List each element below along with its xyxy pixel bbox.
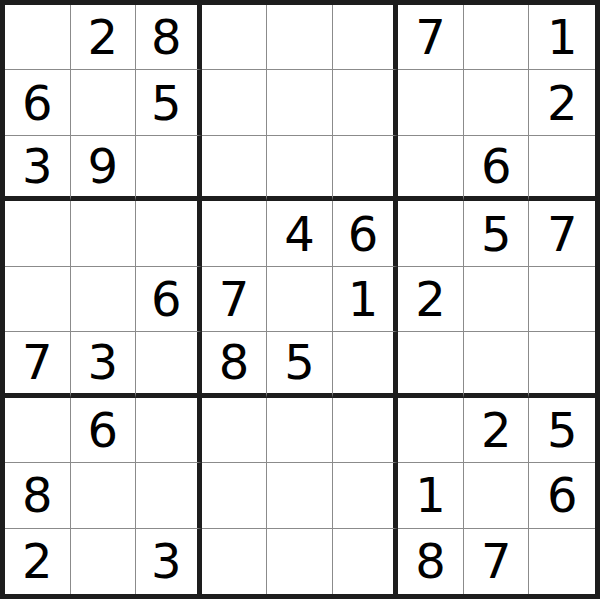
cell-r4c2[interactable] (71, 201, 137, 266)
given-digit: 6 (88, 406, 119, 454)
given-digit: 2 (88, 13, 119, 61)
given-digit: 6 (22, 79, 53, 127)
given-digit: 1 (415, 471, 446, 519)
cell-r7c2[interactable]: 6 (71, 398, 137, 463)
given-digit: 7 (481, 537, 512, 585)
cell-r7c7[interactable] (398, 398, 464, 463)
cell-r2c1[interactable]: 6 (5, 70, 71, 135)
given-digit: 7 (547, 210, 578, 258)
given-digit: 1 (348, 275, 379, 323)
cell-r5c6[interactable]: 1 (333, 267, 399, 332)
cell-r3c1[interactable]: 3 (5, 136, 71, 201)
cell-r7c3[interactable] (136, 398, 202, 463)
given-digit: 5 (481, 210, 512, 258)
cell-r4c8[interactable]: 5 (464, 201, 530, 266)
cell-r8c7[interactable]: 1 (398, 463, 464, 528)
given-digit: 3 (22, 142, 53, 190)
cell-r4c9[interactable]: 7 (529, 201, 595, 266)
cell-r6c4[interactable]: 8 (202, 332, 268, 397)
cell-r6c3[interactable] (136, 332, 202, 397)
cell-r4c4[interactable] (202, 201, 268, 266)
cell-r2c5[interactable] (267, 70, 333, 135)
cell-r9c2[interactable] (71, 529, 137, 594)
cell-r7c6[interactable] (333, 398, 399, 463)
given-digit: 3 (151, 537, 182, 585)
given-digit: 4 (284, 210, 315, 258)
given-digit: 6 (151, 275, 182, 323)
cell-r1c3[interactable]: 8 (136, 5, 202, 70)
cell-r2c4[interactable] (202, 70, 268, 135)
given-digit: 7 (415, 13, 446, 61)
cell-r5c4[interactable]: 7 (202, 267, 268, 332)
given-digit: 2 (481, 406, 512, 454)
given-digit: 7 (219, 275, 250, 323)
cell-r1c2[interactable]: 2 (71, 5, 137, 70)
cell-r1c6[interactable] (333, 5, 399, 70)
given-digit: 2 (415, 275, 446, 323)
cell-r9c9[interactable] (529, 529, 595, 594)
cell-r4c3[interactable] (136, 201, 202, 266)
cell-r3c2[interactable]: 9 (71, 136, 137, 201)
cell-r1c5[interactable] (267, 5, 333, 70)
cell-r9c4[interactable] (202, 529, 268, 594)
cell-r3c7[interactable] (398, 136, 464, 201)
cell-r8c1[interactable]: 8 (5, 463, 71, 528)
cell-r4c1[interactable] (5, 201, 71, 266)
cell-r7c8[interactable]: 2 (464, 398, 530, 463)
given-digit: 9 (88, 142, 119, 190)
cell-r8c2[interactable] (71, 463, 137, 528)
cell-r4c7[interactable] (398, 201, 464, 266)
given-digit: 8 (151, 13, 182, 61)
cell-r5c8[interactable] (464, 267, 530, 332)
given-digit: 6 (481, 142, 512, 190)
cell-r3c9[interactable] (529, 136, 595, 201)
cell-r9c5[interactable] (267, 529, 333, 594)
cell-r7c4[interactable] (202, 398, 268, 463)
cell-r6c8[interactable] (464, 332, 530, 397)
cell-r6c1[interactable]: 7 (5, 332, 71, 397)
cell-r5c5[interactable] (267, 267, 333, 332)
cell-r3c6[interactable] (333, 136, 399, 201)
given-digit: 1 (547, 13, 578, 61)
given-digit: 5 (151, 79, 182, 127)
cell-r1c1[interactable] (5, 5, 71, 70)
given-digit: 6 (348, 210, 379, 258)
cell-r7c9[interactable]: 5 (529, 398, 595, 463)
cell-r9c6[interactable] (333, 529, 399, 594)
cell-r2c6[interactable] (333, 70, 399, 135)
cell-r3c5[interactable] (267, 136, 333, 201)
cell-r6c2[interactable]: 3 (71, 332, 137, 397)
given-digit: 5 (547, 406, 578, 454)
cell-r2c3[interactable]: 5 (136, 70, 202, 135)
cell-r9c1[interactable]: 2 (5, 529, 71, 594)
cell-r5c2[interactable] (71, 267, 137, 332)
cell-r7c5[interactable] (267, 398, 333, 463)
cell-r1c9[interactable]: 1 (529, 5, 595, 70)
cell-r2c8[interactable] (464, 70, 530, 135)
cell-r9c7[interactable]: 8 (398, 529, 464, 594)
cell-r3c8[interactable]: 6 (464, 136, 530, 201)
cell-r6c7[interactable] (398, 332, 464, 397)
cell-r5c3[interactable]: 6 (136, 267, 202, 332)
cell-r1c7[interactable]: 7 (398, 5, 464, 70)
given-digit: 7 (22, 338, 53, 386)
cell-r3c4[interactable] (202, 136, 268, 201)
cell-r4c5[interactable]: 4 (267, 201, 333, 266)
cell-r2c9[interactable]: 2 (529, 70, 595, 135)
cell-r7c1[interactable] (5, 398, 71, 463)
cell-r9c8[interactable]: 7 (464, 529, 530, 594)
cell-r8c5[interactable] (267, 463, 333, 528)
cell-r8c6[interactable] (333, 463, 399, 528)
cell-r8c3[interactable] (136, 463, 202, 528)
cell-r2c7[interactable] (398, 70, 464, 135)
cell-r4c6[interactable]: 6 (333, 201, 399, 266)
cell-r3c3[interactable] (136, 136, 202, 201)
cell-r6c6[interactable] (333, 332, 399, 397)
given-digit: 8 (415, 537, 446, 585)
given-digit: 3 (88, 338, 119, 386)
given-digit: 2 (547, 79, 578, 127)
cell-r5c9[interactable] (529, 267, 595, 332)
cell-r6c9[interactable] (529, 332, 595, 397)
cell-r5c1[interactable] (5, 267, 71, 332)
cell-r5c7[interactable]: 2 (398, 267, 464, 332)
cell-r8c4[interactable] (202, 463, 268, 528)
cell-r6c5[interactable]: 5 (267, 332, 333, 397)
cell-r1c8[interactable] (464, 5, 530, 70)
cell-r8c8[interactable] (464, 463, 530, 528)
given-digit: 2 (22, 537, 53, 585)
given-digit: 8 (22, 471, 53, 519)
cell-r9c3[interactable]: 3 (136, 529, 202, 594)
cell-r8c9[interactable]: 6 (529, 463, 595, 528)
cell-r1c4[interactable] (202, 5, 268, 70)
given-digit: 5 (284, 338, 315, 386)
cell-r2c2[interactable] (71, 70, 137, 135)
given-digit: 6 (547, 471, 578, 519)
sudoku-board: 28716523964657671273856258162387 (0, 0, 600, 599)
given-digit: 8 (219, 338, 250, 386)
